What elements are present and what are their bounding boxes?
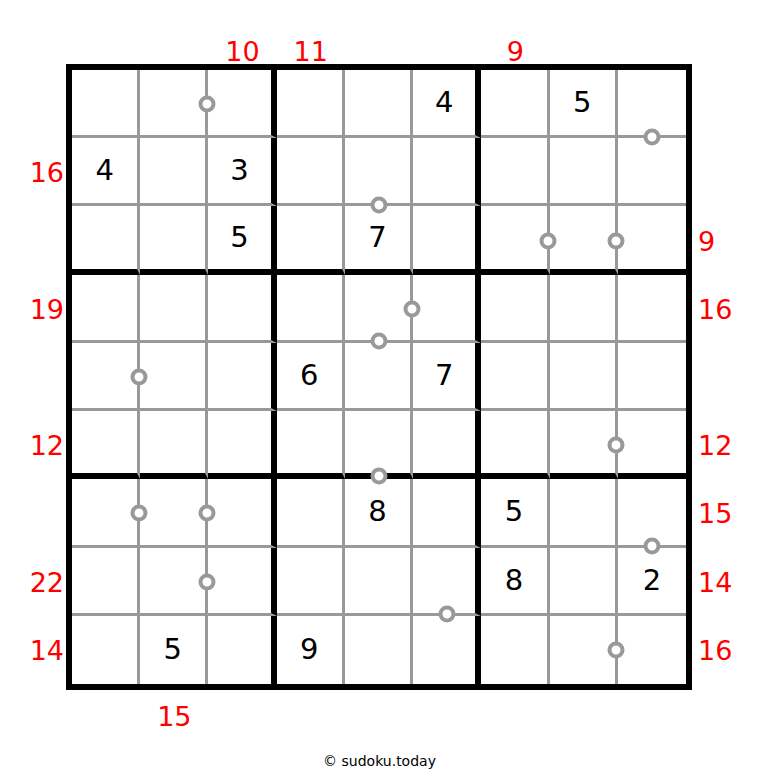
cell-r5c5[interactable] xyxy=(345,343,413,411)
cell-r9c5[interactable] xyxy=(345,616,413,684)
cell-r2c7[interactable] xyxy=(481,138,549,206)
cell-r8c7[interactable]: 8 xyxy=(481,548,549,616)
sum-clue-right-r7: 15 xyxy=(698,500,732,527)
cell-r9c4[interactable]: 9 xyxy=(277,616,345,684)
given-digit: 4 xyxy=(95,156,113,185)
consecutive-dot-r4c5-v xyxy=(403,300,420,317)
consecutive-dot-r6c5-h xyxy=(371,468,388,485)
sudoku-board: 45435767858259 xyxy=(66,64,692,690)
cell-r6c3[interactable] xyxy=(208,411,276,479)
cell-r1c3[interactable] xyxy=(208,70,276,138)
consecutive-dot-r4c5-h xyxy=(371,333,388,350)
consecutive-dot-r2c5-h xyxy=(371,196,388,213)
consecutive-dot-r7c9-h xyxy=(643,538,660,555)
cell-r2c8[interactable] xyxy=(550,138,618,206)
cell-r9c6[interactable] xyxy=(413,616,481,684)
cell-r2c4[interactable] xyxy=(277,138,345,206)
sum-clue-top-c7: 9 xyxy=(507,38,524,65)
cell-r1c5[interactable] xyxy=(345,70,413,138)
cell-r5c2[interactable] xyxy=(140,343,208,411)
cell-r6c7[interactable] xyxy=(481,411,549,479)
given-digit: 6 xyxy=(300,361,318,390)
consecutive-dot-r6c8-v xyxy=(608,437,625,454)
cell-r6c9[interactable] xyxy=(618,411,686,479)
cell-r6c2[interactable] xyxy=(140,411,208,479)
sum-clue-left-r6: 12 xyxy=(30,432,64,459)
consecutive-dot-r5c1-v xyxy=(130,369,147,386)
cell-r3c4[interactable] xyxy=(277,206,345,274)
cell-r2c6[interactable] xyxy=(413,138,481,206)
cell-r6c4[interactable] xyxy=(277,411,345,479)
given-digit: 5 xyxy=(164,635,182,664)
sum-clue-bottom-c2: 15 xyxy=(157,703,191,730)
consecutive-dot-r9c8-v xyxy=(608,641,625,658)
consecutive-dot-r7c1-v xyxy=(130,505,147,522)
cell-r2c2[interactable] xyxy=(140,138,208,206)
sum-clue-right-r9: 16 xyxy=(698,636,732,663)
cell-r9c1[interactable] xyxy=(72,616,140,684)
cell-r2c1[interactable]: 4 xyxy=(72,138,140,206)
consecutive-dot-r7c2-v xyxy=(198,505,215,522)
consecutive-dot-r1c9-h xyxy=(643,128,660,145)
given-digit: 3 xyxy=(230,156,248,185)
cell-r8c8[interactable] xyxy=(550,548,618,616)
given-digit: 9 xyxy=(300,635,318,664)
consecutive-dot-r8c6-h xyxy=(439,606,456,623)
cell-r5c3[interactable] xyxy=(208,343,276,411)
sum-clue-top-c4: 11 xyxy=(294,38,328,65)
cell-r1c8[interactable]: 5 xyxy=(550,70,618,138)
cell-r3c3[interactable]: 5 xyxy=(208,206,276,274)
cell-r9c7[interactable] xyxy=(481,616,549,684)
cell-r5c8[interactable] xyxy=(550,343,618,411)
given-digit: 2 xyxy=(643,566,661,595)
cell-r5c6[interactable]: 7 xyxy=(413,343,481,411)
cell-r2c9[interactable] xyxy=(618,138,686,206)
cell-r7c6[interactable] xyxy=(413,479,481,547)
cell-r8c1[interactable] xyxy=(72,548,140,616)
consecutive-dot-r3c7-v xyxy=(540,232,557,249)
sum-clue-left-r4: 19 xyxy=(30,295,64,322)
given-digit: 5 xyxy=(573,88,591,117)
puzzle-page: 45435767858259 © sudoku.today 1011915161… xyxy=(0,0,759,779)
cell-r9c2[interactable]: 5 xyxy=(140,616,208,684)
cell-r4c2[interactable] xyxy=(140,275,208,343)
given-digit: 5 xyxy=(505,497,523,526)
cell-r3c6[interactable] xyxy=(413,206,481,274)
cell-r3c1[interactable] xyxy=(72,206,140,274)
cell-r1c4[interactable] xyxy=(277,70,345,138)
sum-clue-top-c3: 10 xyxy=(225,38,259,65)
sum-clue-left-r2: 16 xyxy=(30,159,64,186)
cell-r7c3[interactable] xyxy=(208,479,276,547)
cell-r7c5[interactable]: 8 xyxy=(345,479,413,547)
cell-r8c5[interactable] xyxy=(345,548,413,616)
consecutive-dot-r1c2-v xyxy=(198,96,215,113)
cell-r3c5[interactable]: 7 xyxy=(345,206,413,274)
sum-clue-left-r8: 22 xyxy=(30,568,64,595)
cell-r1c7[interactable] xyxy=(481,70,549,138)
cell-r9c9[interactable] xyxy=(618,616,686,684)
sum-clue-left-r9: 14 xyxy=(30,636,64,663)
given-digit: 5 xyxy=(230,223,248,252)
sum-clue-right-r6: 12 xyxy=(698,432,732,459)
cell-r7c4[interactable] xyxy=(277,479,345,547)
given-digit: 8 xyxy=(368,497,386,526)
cell-r4c3[interactable] xyxy=(208,275,276,343)
cell-r7c8[interactable] xyxy=(550,479,618,547)
sum-clue-right-r8: 14 xyxy=(698,568,732,595)
site-credit: © sudoku.today xyxy=(0,753,759,769)
cell-r5c7[interactable] xyxy=(481,343,549,411)
cell-r4c6[interactable] xyxy=(413,275,481,343)
cell-r8c3[interactable] xyxy=(208,548,276,616)
consecutive-dot-r3c8-v xyxy=(608,232,625,249)
cell-r8c4[interactable] xyxy=(277,548,345,616)
sum-clue-right-r3: 9 xyxy=(698,227,715,254)
cell-r1c1[interactable] xyxy=(72,70,140,138)
cell-r4c1[interactable] xyxy=(72,275,140,343)
cell-r8c9[interactable]: 2 xyxy=(618,548,686,616)
cell-r7c7[interactable]: 5 xyxy=(481,479,549,547)
cell-r5c9[interactable] xyxy=(618,343,686,411)
cell-r4c8[interactable] xyxy=(550,275,618,343)
cell-r6c1[interactable] xyxy=(72,411,140,479)
cell-r4c7[interactable] xyxy=(481,275,549,343)
given-digit: 8 xyxy=(505,566,523,595)
cell-r3c2[interactable] xyxy=(140,206,208,274)
cell-r1c6[interactable]: 4 xyxy=(413,70,481,138)
given-digit: 7 xyxy=(435,361,453,390)
consecutive-dot-r8c2-v xyxy=(198,573,215,590)
cell-r2c3[interactable]: 3 xyxy=(208,138,276,206)
cell-r3c9[interactable] xyxy=(618,206,686,274)
cell-r4c9[interactable] xyxy=(618,275,686,343)
sum-clue-right-r4: 16 xyxy=(698,295,732,322)
cell-r5c4[interactable]: 6 xyxy=(277,343,345,411)
cell-r6c6[interactable] xyxy=(413,411,481,479)
given-digit: 4 xyxy=(435,88,453,117)
cell-r9c3[interactable] xyxy=(208,616,276,684)
given-digit: 7 xyxy=(368,223,386,252)
cell-r4c4[interactable] xyxy=(277,275,345,343)
